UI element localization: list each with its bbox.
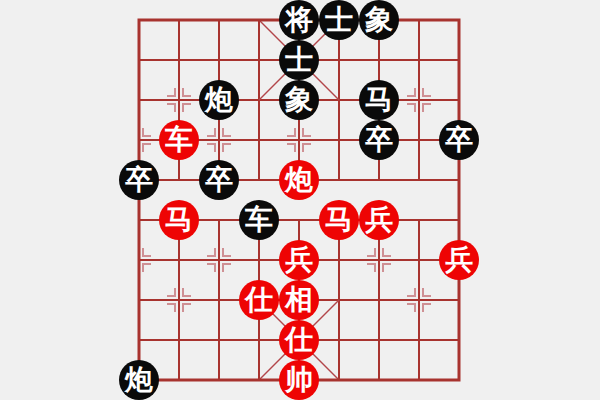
piece-black-horse[interactable]: 马 bbox=[359, 80, 399, 120]
piece-black-chariot[interactable]: 车 bbox=[239, 200, 279, 240]
piece-black-pawn[interactable]: 卒 bbox=[199, 160, 239, 200]
piece-black-elephant[interactable]: 象 bbox=[359, 0, 399, 40]
piece-red-advisor[interactable]: 仕 bbox=[239, 280, 279, 320]
xiangqi-screenshot: 将士象士炮象马车卒卒卒卒炮马车马兵兵兵仕相仕帅炮 bbox=[0, 0, 600, 400]
piece-red-chariot[interactable]: 车 bbox=[159, 120, 199, 160]
piece-red-pawn[interactable]: 兵 bbox=[359, 200, 399, 240]
piece-black-advisor[interactable]: 士 bbox=[319, 0, 359, 40]
piece-red-horse[interactable]: 马 bbox=[159, 200, 199, 240]
piece-black-pawn[interactable]: 卒 bbox=[119, 160, 159, 200]
piece-red-cannon[interactable]: 炮 bbox=[279, 160, 319, 200]
piece-red-general[interactable]: 帅 bbox=[279, 360, 319, 400]
piece-black-general[interactable]: 将 bbox=[279, 0, 319, 40]
piece-red-horse[interactable]: 马 bbox=[319, 200, 359, 240]
piece-black-cannon[interactable]: 炮 bbox=[119, 360, 159, 400]
xiangqi-board: 将士象士炮象马车卒卒卒卒炮马车马兵兵兵仕相仕帅炮 bbox=[119, 0, 479, 400]
piece-black-advisor[interactable]: 士 bbox=[279, 40, 319, 80]
piece-black-elephant[interactable]: 象 bbox=[279, 80, 319, 120]
piece-black-cannon[interactable]: 炮 bbox=[199, 80, 239, 120]
piece-red-elephant[interactable]: 相 bbox=[279, 280, 319, 320]
piece-black-pawn[interactable]: 卒 bbox=[439, 120, 479, 160]
piece-red-pawn[interactable]: 兵 bbox=[279, 240, 319, 280]
piece-red-advisor[interactable]: 仕 bbox=[279, 320, 319, 360]
piece-black-pawn[interactable]: 卒 bbox=[359, 120, 399, 160]
piece-red-pawn[interactable]: 兵 bbox=[439, 240, 479, 280]
